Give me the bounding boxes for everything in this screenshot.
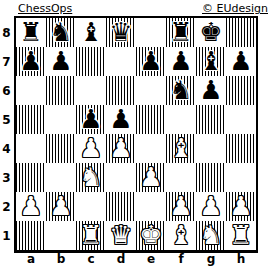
square-b2: ♟ (46, 192, 76, 221)
square-g2: ♟ (196, 192, 226, 221)
rank-label-1: 1 (0, 221, 13, 250)
rank-label-3: 3 (0, 163, 13, 192)
square-f7: ♟ (166, 47, 196, 76)
square-e4 (136, 134, 166, 163)
square-b1 (46, 221, 76, 250)
square-h4 (226, 134, 256, 163)
black-king: ♚ (199, 18, 222, 47)
square-f4: ♝ (166, 134, 196, 163)
white-queen: ♛ (109, 221, 132, 250)
square-a8: ♜ (16, 18, 46, 47)
square-b7: ♟ (46, 47, 76, 76)
square-f6: ♞ (166, 76, 196, 105)
rank-label-8: 8 (0, 18, 13, 47)
black-pawn: ♟ (169, 47, 192, 76)
square-c4: ♟ (76, 134, 106, 163)
square-b5 (46, 105, 76, 134)
square-g8: ♚ (196, 18, 226, 47)
square-c1: ♜ (76, 221, 106, 250)
square-e6 (136, 76, 166, 105)
square-c6 (76, 76, 106, 105)
square-h8 (226, 18, 256, 47)
black-bishop: ♝ (79, 18, 102, 47)
square-h5 (226, 105, 256, 134)
white-rook: ♜ (229, 221, 252, 250)
white-knight: ♞ (199, 221, 222, 250)
black-knight: ♞ (49, 18, 72, 47)
square-h2: ♟ (226, 192, 256, 221)
white-rook: ♜ (79, 221, 102, 250)
square-f3 (166, 163, 196, 192)
chess-board: ♜♞♝♛♜♚♟♟♟♟♝♟♞♟♟♟♟♟♝♞♟♟♟♟♟♟♜♛♚♝♞♜ (14, 16, 258, 253)
white-pawn: ♟ (109, 134, 132, 163)
square-d5: ♟ (106, 105, 136, 134)
file-label-c: c (76, 252, 106, 266)
black-rook: ♜ (19, 18, 42, 47)
white-pawn: ♟ (49, 192, 72, 221)
square-e3: ♟ (136, 163, 166, 192)
square-b8: ♞ (46, 18, 76, 47)
header-bar: ChessOps © EUdesign (0, 1, 270, 16)
black-pawn: ♟ (49, 47, 72, 76)
black-knight: ♞ (169, 76, 192, 105)
black-queen: ♛ (109, 18, 132, 47)
file-labels: abcdefgh (16, 252, 256, 266)
square-b4 (46, 134, 76, 163)
square-c5: ♟ (76, 105, 106, 134)
white-bishop: ♝ (169, 221, 192, 250)
square-c7 (76, 47, 106, 76)
square-e8 (136, 18, 166, 47)
square-a3 (16, 163, 46, 192)
square-e1: ♚ (136, 221, 166, 250)
square-d8: ♛ (106, 18, 136, 47)
square-f2: ♟ (166, 192, 196, 221)
chessops-link[interactable]: ChessOps (18, 2, 72, 15)
rank-label-4: 4 (0, 134, 13, 163)
file-label-e: e (136, 252, 166, 266)
black-bishop: ♝ (199, 47, 222, 76)
white-pawn: ♟ (229, 192, 252, 221)
rank-label-5: 5 (0, 105, 13, 134)
rank-labels: 87654321 (0, 18, 13, 250)
file-label-d: d (106, 252, 136, 266)
square-h3 (226, 163, 256, 192)
square-a6 (16, 76, 46, 105)
square-a1 (16, 221, 46, 250)
rank-label-2: 2 (0, 192, 13, 221)
file-label-a: a (16, 252, 46, 266)
black-pawn: ♟ (139, 47, 162, 76)
eudesign-credit-link[interactable]: © EUdesign (202, 2, 268, 15)
black-pawn: ♟ (109, 105, 132, 134)
square-e7: ♟ (136, 47, 166, 76)
black-rook: ♜ (169, 18, 192, 47)
square-h6 (226, 76, 256, 105)
black-pawn: ♟ (19, 47, 42, 76)
file-label-g: g (196, 252, 226, 266)
file-label-b: b (46, 252, 76, 266)
square-c2 (76, 192, 106, 221)
square-g1: ♞ (196, 221, 226, 250)
square-e2 (136, 192, 166, 221)
white-pawn: ♟ (169, 192, 192, 221)
square-e5 (136, 105, 166, 134)
rank-label-6: 6 (0, 76, 13, 105)
square-a4 (16, 134, 46, 163)
square-a5 (16, 105, 46, 134)
white-pawn: ♟ (79, 134, 102, 163)
square-d7 (106, 47, 136, 76)
square-g4 (196, 134, 226, 163)
square-g3 (196, 163, 226, 192)
square-h7: ♟ (226, 47, 256, 76)
square-d4: ♟ (106, 134, 136, 163)
square-g6: ♟ (196, 76, 226, 105)
file-label-f: f (166, 252, 196, 266)
square-f5 (166, 105, 196, 134)
square-h1: ♜ (226, 221, 256, 250)
white-bishop: ♝ (169, 134, 192, 163)
square-d1: ♛ (106, 221, 136, 250)
black-pawn: ♟ (229, 47, 252, 76)
white-pawn: ♟ (199, 192, 222, 221)
white-pawn: ♟ (19, 192, 42, 221)
square-f1: ♝ (166, 221, 196, 250)
file-label-h: h (226, 252, 256, 266)
square-d3 (106, 163, 136, 192)
square-a7: ♟ (16, 47, 46, 76)
square-b6 (46, 76, 76, 105)
square-f8: ♜ (166, 18, 196, 47)
white-king: ♚ (139, 221, 162, 250)
square-g7: ♝ (196, 47, 226, 76)
rank-label-7: 7 (0, 47, 13, 76)
black-pawn: ♟ (199, 76, 222, 105)
white-knight: ♞ (79, 163, 102, 192)
square-a2: ♟ (16, 192, 46, 221)
square-d2 (106, 192, 136, 221)
white-pawn: ♟ (139, 163, 162, 192)
square-d6 (106, 76, 136, 105)
square-c8: ♝ (76, 18, 106, 47)
square-c3: ♞ (76, 163, 106, 192)
black-pawn: ♟ (79, 105, 102, 134)
square-g5 (196, 105, 226, 134)
square-b3 (46, 163, 76, 192)
